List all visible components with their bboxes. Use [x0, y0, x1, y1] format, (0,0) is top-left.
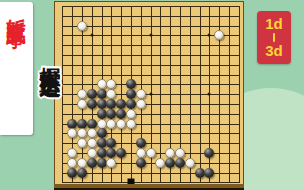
black-stone [87, 119, 97, 129]
white-stone [116, 119, 126, 129]
black-stone [116, 109, 126, 119]
black-stone [97, 99, 107, 109]
white-stone [106, 158, 116, 168]
white-stone [77, 128, 87, 138]
rank-badge-top: 1d [265, 16, 283, 32]
black-stone [136, 158, 146, 168]
black-stone [165, 158, 175, 168]
black-stone [97, 89, 107, 99]
black-stone [106, 109, 116, 119]
rank-badge-divider-bar [273, 33, 276, 42]
black-stone [87, 99, 97, 109]
white-stone [175, 148, 185, 158]
star-point [90, 34, 93, 37]
grid-line-vertical [160, 6, 161, 183]
star-point [149, 34, 152, 37]
black-stone [136, 138, 146, 148]
white-stone [87, 138, 97, 148]
banner-text: 斩断实战恶手 [0, 4, 33, 16]
white-stone [136, 99, 146, 109]
black-stone [116, 99, 126, 109]
black-stone [204, 148, 214, 158]
black-stone [97, 158, 107, 168]
black-stone [106, 99, 116, 109]
white-stone [77, 89, 87, 99]
black-stone [204, 168, 214, 178]
white-stone [97, 119, 107, 129]
black-stone [126, 79, 136, 89]
grid-line-vertical [190, 6, 191, 183]
black-stone [106, 138, 116, 148]
white-stone [165, 148, 175, 158]
white-stone [77, 21, 87, 31]
rank-badge: 1d 3d [257, 11, 291, 64]
white-stone [106, 89, 116, 99]
black-stone [97, 109, 107, 119]
black-stone [67, 119, 77, 129]
white-stone [185, 158, 195, 168]
black-stone [97, 138, 107, 148]
white-stone [136, 89, 146, 99]
white-stone [77, 99, 87, 109]
grid-line-horizontal [62, 114, 239, 115]
black-stone [126, 89, 136, 99]
grid-line-vertical [229, 6, 230, 183]
slogan-text: 探索棋之正道 [36, 50, 64, 190]
black-stone [77, 119, 87, 129]
white-stone [87, 148, 97, 158]
white-stone [126, 119, 136, 129]
star-point [149, 93, 152, 96]
go-board [54, 1, 244, 190]
white-stone [214, 30, 224, 40]
black-stone [175, 158, 185, 168]
grid-line-vertical [200, 6, 201, 183]
white-stone [146, 148, 156, 158]
black-stone [97, 148, 107, 158]
black-stone [97, 128, 107, 138]
white-stone [126, 109, 136, 119]
white-stone [155, 158, 165, 168]
black-stone [195, 168, 205, 178]
black-stone [67, 168, 77, 178]
white-stone [67, 158, 77, 168]
rank-badge-bottom: 3d [265, 43, 283, 59]
white-stone [87, 128, 97, 138]
move-marker-square [127, 179, 134, 186]
white-stone [106, 79, 116, 89]
white-stone [67, 128, 77, 138]
grid-line-horizontal [62, 182, 239, 183]
white-stone [97, 79, 107, 89]
black-stone [87, 89, 97, 99]
white-stone [67, 148, 77, 158]
black-stone [87, 158, 97, 168]
star-point [208, 93, 211, 96]
black-stone [126, 99, 136, 109]
grid-line-vertical [239, 6, 240, 183]
white-stone [106, 119, 116, 129]
black-stone [77, 168, 87, 178]
black-stone [116, 148, 126, 158]
black-stone [106, 148, 116, 158]
white-stone [77, 158, 87, 168]
white-stone [136, 148, 146, 158]
star-point [208, 34, 211, 37]
white-stone [77, 138, 87, 148]
left-banner: 斩断实战恶手 [0, 2, 33, 135]
